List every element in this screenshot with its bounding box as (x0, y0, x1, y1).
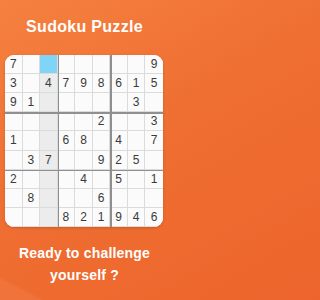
cell-r8c3[interactable] (40, 189, 58, 208)
cell-r1c1[interactable]: 7 (5, 55, 23, 74)
cell-r8c6[interactable]: 6 (93, 189, 111, 208)
sudoku-grid: 7934798615913231684737925245186821946 (5, 55, 163, 227)
cell-r7c7[interactable]: 5 (110, 170, 128, 189)
cell-r1c6[interactable] (93, 55, 111, 74)
cell-r6c3[interactable]: 7 (40, 151, 58, 170)
cell-r3c4[interactable] (58, 93, 76, 112)
cell-r9c6[interactable]: 1 (93, 208, 111, 227)
cell-r4c1[interactable] (5, 112, 23, 131)
cell-r9c7[interactable]: 9 (110, 208, 128, 227)
cell-r7c3[interactable] (40, 170, 58, 189)
cell-r1c3[interactable] (40, 55, 58, 74)
cell-r4c7[interactable] (110, 112, 128, 131)
cell-r7c9[interactable]: 1 (145, 170, 163, 189)
cell-r8c9[interactable] (145, 189, 163, 208)
cell-r5c8[interactable] (128, 131, 146, 150)
cell-r3c3[interactable] (40, 93, 58, 112)
cell-r2c3[interactable]: 4 (40, 74, 58, 93)
cell-r6c5[interactable] (75, 151, 93, 170)
page-title: Sudoku Puzzle (0, 18, 169, 36)
cell-r4c9[interactable]: 3 (145, 112, 163, 131)
cell-r9c4[interactable]: 8 (58, 208, 76, 227)
cell-r6c8[interactable]: 5 (128, 151, 146, 170)
sudoku-board: 7934798615913231684737925245186821946 (5, 55, 163, 227)
cell-r2c8[interactable]: 1 (128, 74, 146, 93)
cell-r1c4[interactable] (58, 55, 76, 74)
cell-r5c4[interactable]: 6 (58, 131, 76, 150)
cell-r7c2[interactable] (23, 170, 41, 189)
footer-tagline: Ready to challenge yourself ? (0, 243, 169, 286)
cell-r4c2[interactable] (23, 112, 41, 131)
cell-r8c4[interactable] (58, 189, 76, 208)
cell-r8c2[interactable]: 8 (23, 189, 41, 208)
cell-r3c8[interactable]: 3 (128, 93, 146, 112)
cell-r9c3[interactable] (40, 208, 58, 227)
cell-r4c3[interactable] (40, 112, 58, 131)
cell-r1c2[interactable] (23, 55, 41, 74)
cell-r9c9[interactable]: 6 (145, 208, 163, 227)
cell-r2c4[interactable]: 7 (58, 74, 76, 93)
cell-r8c7[interactable] (110, 189, 128, 208)
cell-r6c2[interactable]: 3 (23, 151, 41, 170)
cell-r1c8[interactable] (128, 55, 146, 74)
footer-tagline-line2: yourself ? (0, 265, 169, 287)
cell-r4c8[interactable] (128, 112, 146, 131)
cell-r3c6[interactable] (93, 93, 111, 112)
cell-r7c1[interactable]: 2 (5, 170, 23, 189)
cell-r1c9[interactable]: 9 (145, 55, 163, 74)
cell-r3c7[interactable] (110, 93, 128, 112)
cell-r7c4[interactable] (58, 170, 76, 189)
cell-r7c6[interactable] (93, 170, 111, 189)
cell-r9c2[interactable] (23, 208, 41, 227)
cell-r3c5[interactable] (75, 93, 93, 112)
cell-r5c7[interactable]: 4 (110, 131, 128, 150)
cell-r8c1[interactable] (5, 189, 23, 208)
cell-r6c7[interactable]: 2 (110, 151, 128, 170)
cell-r4c4[interactable] (58, 112, 76, 131)
cell-r1c5[interactable] (75, 55, 93, 74)
cell-r2c5[interactable]: 9 (75, 74, 93, 93)
cell-r6c4[interactable] (58, 151, 76, 170)
cell-r5c1[interactable]: 1 (5, 131, 23, 150)
cell-r4c6[interactable]: 2 (93, 112, 111, 131)
cell-r8c8[interactable] (128, 189, 146, 208)
cell-r5c3[interactable] (40, 131, 58, 150)
cell-r5c5[interactable]: 8 (75, 131, 93, 150)
cell-r2c7[interactable]: 6 (110, 74, 128, 93)
cell-r9c1[interactable] (5, 208, 23, 227)
cell-r3c1[interactable]: 9 (5, 93, 23, 112)
cell-r1c7[interactable] (110, 55, 128, 74)
cell-r6c9[interactable] (145, 151, 163, 170)
cell-r3c9[interactable] (145, 93, 163, 112)
footer-tagline-line1: Ready to challenge (0, 243, 169, 265)
cell-r5c9[interactable]: 7 (145, 131, 163, 150)
cell-r5c2[interactable] (23, 131, 41, 150)
cell-r5c6[interactable] (93, 131, 111, 150)
cell-r7c8[interactable] (128, 170, 146, 189)
cell-r2c9[interactable]: 5 (145, 74, 163, 93)
cell-r6c6[interactable]: 9 (93, 151, 111, 170)
cell-r2c1[interactable]: 3 (5, 74, 23, 93)
cell-r7c5[interactable]: 4 (75, 170, 93, 189)
cell-r3c2[interactable]: 1 (23, 93, 41, 112)
cell-r9c8[interactable]: 4 (128, 208, 146, 227)
cell-r9c5[interactable]: 2 (75, 208, 93, 227)
cell-r2c6[interactable]: 8 (93, 74, 111, 93)
cell-r6c1[interactable] (5, 151, 23, 170)
cell-r2c2[interactable] (23, 74, 41, 93)
cell-r4c5[interactable] (75, 112, 93, 131)
cell-r8c5[interactable] (75, 189, 93, 208)
